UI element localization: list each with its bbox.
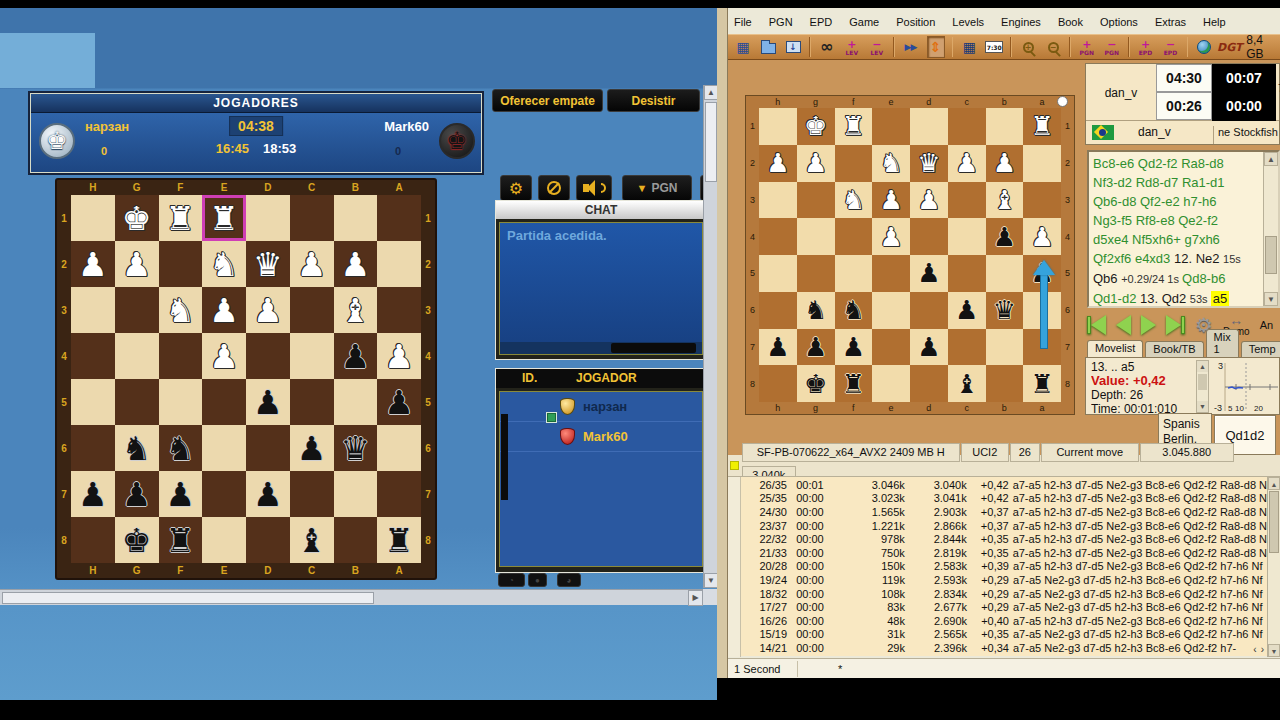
engine-table-scrollbar-thumb[interactable] [1269, 491, 1279, 553]
menu-file[interactable]: File [734, 16, 752, 28]
rank-label: 1 [1061, 108, 1074, 145]
square-e1[interactable] [872, 108, 910, 145]
movelist-scrollbar-thumb[interactable] [1265, 236, 1277, 274]
square-g8[interactable]: ♚ [115, 517, 159, 563]
square-h2[interactable]: ♟ [759, 145, 797, 182]
square-f5[interactable] [835, 255, 873, 292]
square-e7[interactable] [872, 329, 910, 366]
square-f7[interactable]: ♟ [835, 329, 873, 366]
menu-book[interactable]: Book [1058, 16, 1083, 28]
white-piece: ♟ [297, 248, 327, 281]
player-row[interactable]: нарзан [500, 392, 702, 422]
black-piece: ♟ [253, 478, 283, 511]
square-c1[interactable] [290, 195, 334, 241]
toolbar-separator [952, 37, 954, 57]
tab-movelist[interactable]: Movelist [1087, 340, 1143, 357]
file-label: a [1023, 402, 1061, 414]
square-g1[interactable]: ♚ [115, 195, 159, 241]
square-a7[interactable] [377, 471, 421, 517]
engine-table-row[interactable]: 25/3500:003.023k3.041k+0,42a7-a5 h2-h3 d… [741, 492, 1267, 506]
square-g4[interactable] [797, 218, 835, 255]
white-piece: ♟ [253, 294, 283, 327]
engine-table-row[interactable]: 17/2700:0083k2.677k+0,29a7-a5 Ne2-g3 d7-… [741, 600, 1267, 614]
square-b4[interactable]: ♟ [334, 333, 378, 379]
tab-book-tb[interactable]: Book/TB [1145, 341, 1203, 357]
square-c2[interactable]: ♟ [948, 145, 986, 182]
square-f2[interactable] [159, 241, 203, 287]
square-g8[interactable]: ♚ [797, 365, 835, 402]
square-g3[interactable] [115, 287, 159, 333]
black-piece: ♟ [297, 432, 327, 465]
square-g1[interactable]: ♚ [797, 108, 835, 145]
menu-help[interactable]: Help [1203, 16, 1226, 28]
black-crown-icon: ♚ [439, 123, 475, 159]
movelist-line[interactable]: Qb6 +0.29/24 1s Qd8-b6 [1093, 269, 1263, 289]
chat-title: CHAT [496, 201, 706, 219]
black-piece: ♟ [917, 334, 940, 360]
engine-output-area: 26/3500:013.046k3.040k+0,42a7-a5 h2-h3 d… [728, 476, 1280, 656]
movelist-panel: Bc8-e6 Qd2-f2 Ra8-d8Nf3-d2 Rd8-d7 Ra1-d1… [1087, 150, 1280, 308]
square-e8[interactable] [202, 517, 246, 563]
rank-label: 3 [57, 287, 71, 333]
board-corner [57, 563, 71, 578]
square-f6[interactable]: ♞ [159, 425, 203, 471]
chat-scrollbar[interactable] [500, 342, 702, 354]
engine-header-cell: 3.045.880 [1140, 443, 1234, 462]
square-f5[interactable] [159, 379, 203, 425]
square-f1[interactable]: ♜ [835, 108, 873, 145]
square-c3[interactable] [290, 287, 334, 333]
square-b4[interactable]: ♟ [986, 218, 1024, 255]
status-bar: 1 Second * [728, 658, 1280, 678]
rank-label: 3 [421, 287, 435, 333]
engine-table-row[interactable]: 16/2600:0048k2.690k+0,40a7-a5 h2-h3 d7-d… [741, 614, 1267, 628]
epd-plus-icon[interactable]: +EPD [1137, 36, 1155, 58]
square-c1[interactable] [948, 108, 986, 145]
zoom-out-icon[interactable]: − [1044, 36, 1062, 58]
square-c7[interactable] [948, 329, 986, 366]
analyze-label-clipped[interactable]: An [1260, 319, 1273, 331]
autoplay-icon[interactable]: ▶▶ [902, 36, 920, 58]
infinite-analysis-icon[interactable]: ∞ [818, 36, 836, 58]
engine-header-bar: SF-PB-070622_x64_AVX2 2409 MB HUCI226Cur… [728, 455, 1280, 476]
table-gutter [728, 477, 741, 657]
open-file-icon[interactable] [759, 36, 777, 58]
square-d3[interactable]: ♟ [246, 287, 290, 333]
scroll-right-arrow[interactable]: ▶ [688, 590, 703, 606]
square-e3[interactable]: ♟ [202, 287, 246, 333]
square-d2[interactable]: ♛ [246, 241, 290, 287]
square-h4[interactable] [71, 333, 115, 379]
square-h5[interactable] [759, 255, 797, 292]
left-app-vertical-scrollbar[interactable]: ▲ ▼ [703, 85, 717, 588]
rank-label: 4 [421, 333, 435, 379]
square-d6[interactable] [246, 425, 290, 471]
square-f8[interactable]: ♜ [159, 517, 203, 563]
square-h5[interactable] [71, 379, 115, 425]
menu-engines[interactable]: Engines [1001, 16, 1041, 28]
square-f4[interactable] [835, 218, 873, 255]
square-d5[interactable]: ♟ [910, 255, 948, 292]
tab-mix-1[interactable]: Mix 1 [1206, 329, 1239, 357]
gear-icon: ⚙ [509, 179, 523, 198]
square-b5[interactable] [986, 255, 1024, 292]
square-b2[interactable]: ♟ [334, 241, 378, 287]
scroll-down-arrow[interactable]: ▼ [704, 573, 718, 588]
square-e3[interactable]: ♟ [872, 182, 910, 219]
pgn-minus-icon[interactable]: −PGN [1103, 36, 1121, 58]
square-d8[interactable] [246, 517, 290, 563]
square-a1[interactable] [377, 195, 421, 241]
engine-header-cell: Current move [1041, 443, 1139, 462]
square-e4[interactable]: ♟ [202, 333, 246, 379]
rank-label: 8 [746, 365, 759, 402]
square-a2[interactable] [377, 241, 421, 287]
black-player-name: Mark60 [384, 119, 429, 134]
players-list-header: ID. JOGADOR [496, 369, 706, 388]
flip-board-icon[interactable]: ⇕ [927, 36, 945, 58]
next-move-button[interactable] [1141, 315, 1156, 335]
square-g5[interactable] [115, 379, 159, 425]
engine-table: 26/3500:013.046k3.040k+0,42a7-a5 h2-h3 d… [741, 478, 1267, 655]
clock-main: 04:30 [1156, 64, 1212, 92]
movelist-line[interactable]: Ng3-f5 Rf8-e8 Qe2-f2 [1093, 211, 1263, 230]
settings-button[interactable]: ⚙ [500, 175, 532, 201]
resign-button[interactable]: Desistir [607, 89, 700, 112]
scroll-down-arrow[interactable]: ▼ [1197, 401, 1208, 412]
square-c8[interactable]: ♝ [948, 365, 986, 402]
square-b7[interactable] [986, 329, 1024, 366]
square-c4[interactable] [290, 333, 334, 379]
file-label: g [797, 96, 835, 108]
menu-pgn[interactable]: PGN [769, 16, 793, 28]
square-h8[interactable] [71, 517, 115, 563]
engine-table-row[interactable]: 14/2100:0029k2.396k+0,34a7-a5 Ne2-g3 d7-… [741, 641, 1267, 655]
square-d6[interactable] [910, 292, 948, 329]
toolbar: ▦ ↓ ∞ +LEV −LEV ▶▶ ⇕ ▦ 7:30 + − +PGN −PG… [728, 34, 1280, 60]
square-a4[interactable]: ♟ [1023, 218, 1061, 255]
bottom-tool-button-2[interactable]: ● [528, 573, 547, 587]
first-move-button[interactable] [1087, 315, 1106, 335]
scroll-left-arrow[interactable]: ‹ [1253, 644, 1256, 655]
players-list-scrollbar[interactable] [501, 414, 508, 500]
square-c6[interactable]: ♟ [948, 292, 986, 329]
square-e6[interactable] [872, 292, 910, 329]
player-rows: нарзанMark60 [500, 392, 702, 452]
menu-epd[interactable]: EPD [810, 16, 833, 28]
offer-draw-button[interactable]: Oferecer empate [492, 89, 603, 112]
toolbar-separator [893, 37, 895, 57]
column-player: JOGADOR [576, 371, 637, 385]
square-c4[interactable] [948, 218, 986, 255]
clock-setup-icon[interactable]: 7:30 [985, 36, 1003, 58]
menu-position[interactable]: Position [896, 16, 935, 28]
square-d1[interactable] [910, 108, 948, 145]
square-c8[interactable]: ♝ [290, 517, 334, 563]
bottom-tool-button-1[interactable]: ◔ [498, 573, 525, 587]
square-d7[interactable]: ♟ [910, 329, 948, 366]
scroll-down-arrow[interactable]: ▼ [1268, 644, 1280, 657]
square-b7[interactable] [334, 471, 378, 517]
square-e8[interactable] [872, 365, 910, 402]
black-piece: ♟ [166, 478, 196, 511]
square-b1[interactable] [334, 195, 378, 241]
no-smoking-button[interactable] [538, 175, 570, 201]
movelist-line[interactable]: Qd1-d2 13. Qd2 53s a5 [1093, 289, 1263, 309]
menu-levels[interactable]: Levels [952, 16, 984, 28]
scroll-down-arrow[interactable]: ▼ [1264, 292, 1278, 306]
file-label: H [71, 563, 115, 578]
level-plus-icon[interactable]: +LEV [843, 36, 861, 58]
rank-label: 6 [421, 425, 435, 471]
scroll-up-arrow[interactable]: ▲ [1268, 477, 1280, 490]
white-piece: ♝ [993, 187, 1016, 213]
square-b5[interactable] [334, 379, 378, 425]
square-a3[interactable] [1023, 182, 1061, 219]
engine-table-row[interactable]: 26/3500:013.046k3.040k+0,42a7-a5 h2-h3 d… [741, 478, 1267, 492]
info-scrollbar-thumb[interactable] [1198, 374, 1207, 390]
square-f8[interactable]: ♜ [835, 365, 873, 402]
white-piece: ♟ [766, 150, 789, 176]
square-g7[interactable]: ♟ [115, 471, 159, 517]
black-piece: ♟ [766, 334, 789, 360]
square-a2[interactable] [1023, 145, 1061, 182]
white-time: 16:45 [216, 141, 249, 156]
rank-label: 5 [421, 379, 435, 425]
scroll-up-arrow[interactable]: ▲ [1197, 361, 1208, 372]
info-scrollbar[interactable]: ▲ ▼ [1196, 360, 1209, 413]
black-piece: ♜ [384, 524, 414, 557]
square-f7[interactable]: ♟ [159, 471, 203, 517]
square-c6[interactable]: ♟ [290, 425, 334, 471]
square-d5[interactable]: ♟ [246, 379, 290, 425]
movelist-line[interactable]: Qf2xf6 e4xd3 12. Ne2 15s [1093, 249, 1263, 269]
square-b3[interactable]: ♝ [334, 287, 378, 333]
rank-label: 3 [746, 182, 759, 219]
white-piece: ♟ [78, 248, 108, 281]
square-h7[interactable]: ♟ [759, 329, 797, 366]
file-label: g [797, 402, 835, 414]
square-g6[interactable]: ♞ [115, 425, 159, 471]
black-piece: ♛ [993, 297, 1016, 323]
engine-table-row[interactable]: 15/1900:0031k2.565k+0,35a7-a5 Ne2-g3 d7-… [741, 628, 1267, 642]
white-piece: ♟ [209, 340, 239, 373]
left-app-horizontal-scrollbar[interactable]: ▶ [0, 589, 703, 605]
value-line: Value: +0,42 [1091, 374, 1195, 388]
square-c5[interactable] [290, 379, 334, 425]
rank-label: 7 [1061, 329, 1074, 366]
engine-table-row[interactable]: 21/3300:00750k2.819k+0,35a7-a5 h2-h3 d7-… [741, 546, 1267, 560]
scrollbar-corner [703, 589, 717, 605]
main-clock: 04:38 [229, 116, 283, 136]
square-h8[interactable] [759, 365, 797, 402]
square-g2[interactable]: ♟ [115, 241, 159, 287]
square-h1[interactable] [759, 108, 797, 145]
black-piece: ♞ [122, 432, 152, 465]
square-b8[interactable] [986, 365, 1024, 402]
white-piece: ♞ [879, 150, 902, 176]
square-e1[interactable]: ♜ [202, 195, 246, 241]
rank-label: 8 [421, 517, 435, 563]
save-icon[interactable]: ↓ [784, 36, 802, 58]
scroll-up-arrow[interactable]: ▲ [1264, 152, 1278, 166]
movelist-line[interactable]: d5xe4 Nf5xh6+ g7xh6 [1093, 230, 1263, 249]
new-board-icon[interactable]: ▦ [734, 36, 752, 58]
square-h3[interactable] [71, 287, 115, 333]
square-h4[interactable] [759, 218, 797, 255]
square-e7[interactable] [202, 471, 246, 517]
white-piece: ♟ [804, 150, 827, 176]
rank-label: 5 [746, 255, 759, 292]
speaker-icon [583, 184, 589, 192]
dgt-icon[interactable]: DGT [1220, 36, 1239, 58]
square-b6[interactable]: ♛ [334, 425, 378, 471]
file-label: B [334, 563, 378, 578]
svg-text:5: 5 [1228, 404, 1233, 413]
square-e5[interactable] [872, 255, 910, 292]
engine-header-cell: UCI2 [961, 443, 1009, 462]
square-c3[interactable] [948, 182, 986, 219]
square-b8[interactable] [334, 517, 378, 563]
square-h7[interactable]: ♟ [71, 471, 115, 517]
engine-table-row[interactable]: 20/2800:00150k2.583k+0,39a7-a5 h2-h3 d7-… [741, 560, 1267, 574]
square-a3[interactable] [377, 287, 421, 333]
engine-table-row[interactable]: 24/3000:001.565k2.903k+0,37a7-a5 h2-h3 d… [741, 505, 1267, 519]
horizontal-scroll-arrows[interactable]: ‹› [1251, 644, 1266, 655]
players-panel: JOGADORES ♚ нарзан 0 04:38 16:45 18:53 M… [30, 93, 482, 173]
square-f2[interactable] [835, 145, 873, 182]
black-piece: ♞ [804, 297, 827, 323]
epd-minus-icon[interactable]: −EPD [1162, 36, 1180, 58]
last-move-button[interactable] [1166, 315, 1185, 335]
square-h2[interactable]: ♟ [71, 241, 115, 287]
square-f3[interactable]: ♞ [835, 182, 873, 219]
square-a6[interactable] [377, 425, 421, 471]
engine-table-row[interactable]: 23/3700:001.221k2.866k+0,37a7-a5 h2-h3 d… [741, 519, 1267, 533]
chat-scrollbar-thumb[interactable] [611, 343, 696, 353]
pgn-plus-icon[interactable]: +PGN [1078, 36, 1096, 58]
square-d2[interactable]: ♛ [910, 145, 948, 182]
menu-options[interactable]: Options [1100, 16, 1138, 28]
square-d4[interactable] [910, 218, 948, 255]
square-e2[interactable]: ♞ [202, 241, 246, 287]
square-d1[interactable] [246, 195, 290, 241]
rank-label: 6 [1061, 292, 1074, 329]
file-label: d [910, 402, 948, 414]
square-d3[interactable]: ♟ [910, 182, 948, 219]
square-c2[interactable]: ♟ [290, 241, 334, 287]
engine-table-row[interactable]: 18/3200:00108k2.834k+0,29a7-a5 Ne2-g3 d7… [741, 587, 1267, 601]
toolbar-separator [1010, 37, 1012, 57]
movelist-line[interactable]: Qb6-d8 Qf2-e2 h7-h6 [1093, 192, 1263, 211]
square-e4[interactable]: ♟ [872, 218, 910, 255]
square-f6[interactable]: ♞ [835, 292, 873, 329]
level-minus-icon[interactable]: −LEV [868, 36, 886, 58]
square-f4[interactable] [159, 333, 203, 379]
scroll-right-arrow[interactable]: › [1261, 644, 1264, 655]
setup-position-icon[interactable]: ▦ [960, 36, 978, 58]
status-mark: * [798, 663, 842, 675]
menu-extras[interactable]: Extras [1155, 16, 1186, 28]
players-list-panel: ID. JOGADOR нарзанMark60 [495, 368, 707, 573]
vertical-scrollbar-thumb[interactable] [705, 102, 717, 182]
square-a5[interactable]: ♟ [377, 379, 421, 425]
globe-icon[interactable] [1195, 36, 1213, 58]
square-b3[interactable]: ♝ [986, 182, 1024, 219]
square-h6[interactable] [71, 425, 115, 471]
clock-secondary: 00:26 [1156, 92, 1212, 120]
players-panel-title: JOGADORES [31, 94, 481, 112]
engine-table-row[interactable]: 19/2400:00119k2.593k+0,29a7-a5 Ne2-g3 d7… [741, 573, 1267, 587]
square-d4[interactable] [246, 333, 290, 379]
player-row[interactable]: Mark60 [500, 422, 702, 452]
engine-table-row[interactable]: 22/3200:00978k2.844k+0,35a7-a5 h2-h3 d7-… [741, 532, 1267, 546]
square-a8[interactable]: ♜ [1023, 365, 1061, 402]
square-d7[interactable]: ♟ [246, 471, 290, 517]
square-a4[interactable]: ♟ [377, 333, 421, 379]
decor-panel [0, 33, 95, 88]
movelist-scrollbar[interactable]: ▲ ▼ [1263, 152, 1278, 306]
square-b1[interactable] [986, 108, 1024, 145]
square-e5[interactable] [202, 379, 246, 425]
square-h6[interactable] [759, 292, 797, 329]
square-h1[interactable] [71, 195, 115, 241]
movelist-line[interactable]: Nf3-d2 Rd8-d7 Ra1-d1 [1093, 173, 1263, 192]
square-e2[interactable]: ♞ [872, 145, 910, 182]
square-d8[interactable] [910, 365, 948, 402]
square-f3[interactable]: ♞ [159, 287, 203, 333]
chat-body[interactable]: Partida acedida. [499, 222, 703, 355]
movelist-line[interactable]: Bc8-e6 Qd2-f2 Ra8-d8 [1093, 154, 1263, 173]
square-a8[interactable]: ♜ [377, 517, 421, 563]
previous-move-button[interactable] [1116, 315, 1131, 335]
menu-game[interactable]: Game [849, 16, 879, 28]
black-piece: ♟ [804, 334, 827, 360]
square-h3[interactable] [759, 182, 797, 219]
square-a1[interactable]: ♜ [1023, 108, 1061, 145]
square-g3[interactable] [797, 182, 835, 219]
chat-panel: CHAT Partida acedida. [495, 200, 707, 360]
tab-temp[interactable]: Temp [1241, 341, 1280, 357]
square-c7[interactable] [290, 471, 334, 517]
square-g6[interactable]: ♞ [797, 292, 835, 329]
square-c5[interactable] [948, 255, 986, 292]
square-g4[interactable] [115, 333, 159, 379]
player-name: нарзан [583, 399, 627, 414]
white-piece: ♜ [842, 113, 865, 139]
scroll-up-arrow[interactable]: ▲ [704, 85, 718, 100]
square-g2[interactable]: ♟ [797, 145, 835, 182]
pgn-dropdown-button[interactable]: ▼ PGN [622, 175, 692, 201]
bottom-tool-button-3[interactable]: ◕ [557, 573, 581, 587]
rank-label: 8 [1061, 365, 1074, 402]
square-g7[interactable]: ♟ [797, 329, 835, 366]
square-f1[interactable]: ♜ [159, 195, 203, 241]
sound-button[interactable] [576, 175, 612, 201]
black-clocks: 00:07 00:00 [1212, 64, 1276, 121]
horizontal-scrollbar-thumb[interactable] [2, 592, 374, 604]
square-g5[interactable] [797, 255, 835, 292]
players-panel-body: ♚ нарзан 0 04:38 16:45 18:53 Mark60 0 ♚ [31, 112, 481, 172]
rank-label: 7 [746, 329, 759, 366]
square-e6[interactable] [202, 425, 246, 471]
square-b6[interactable]: ♛ [986, 292, 1024, 329]
status-time-mode: 1 Second [728, 661, 798, 677]
engine-table-scrollbar[interactable]: ▲ ▼ [1267, 477, 1280, 657]
square-b2[interactable]: ♟ [986, 145, 1024, 182]
white-piece: ♟ [341, 248, 371, 281]
zoom-in-icon[interactable]: + [1019, 36, 1037, 58]
